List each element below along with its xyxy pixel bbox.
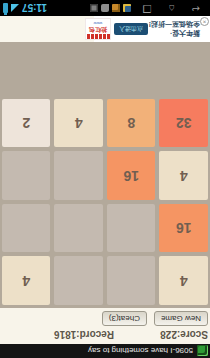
tile-2: 2 bbox=[2, 99, 51, 148]
cheat-button[interactable]: Cheat(3) bbox=[102, 311, 147, 326]
app-icon bbox=[197, 346, 208, 357]
tile-4: 4 bbox=[160, 257, 209, 306]
empty-cell bbox=[55, 257, 104, 306]
title-bar: 5096-I have something to say bbox=[0, 344, 210, 358]
recents-icon[interactable]: ❐ bbox=[143, 3, 152, 13]
usb-notification-icon bbox=[123, 4, 131, 12]
empty-cell bbox=[107, 204, 156, 253]
ad-text-line1: 新年大促· bbox=[150, 29, 200, 38]
app-notification-icon bbox=[112, 4, 120, 12]
empty-cell bbox=[107, 257, 156, 306]
tile-16: 16 bbox=[160, 204, 209, 253]
empty-cell bbox=[2, 152, 51, 201]
home-icon[interactable]: ⌂ bbox=[169, 3, 175, 13]
battery-icon bbox=[3, 3, 8, 13]
tile-4: 4 bbox=[55, 99, 104, 148]
ad-logo: 抢红包 www bbox=[85, 18, 111, 40]
board[interactable]: 441641632842 bbox=[0, 96, 210, 308]
back-icon[interactable]: ↩ bbox=[192, 3, 200, 13]
clock: 11:57 bbox=[22, 3, 47, 14]
record-value: Record:1816 bbox=[54, 329, 114, 340]
empty-cell bbox=[55, 204, 104, 253]
screenshot-notification-icon bbox=[90, 4, 98, 12]
tile-4: 4 bbox=[2, 257, 51, 306]
message-notification-icon bbox=[101, 4, 109, 12]
notification-area[interactable] bbox=[90, 4, 131, 12]
ad-logo-text: 抢红包 bbox=[86, 26, 110, 34]
ad-strip: × 新年大促· 全场低至一折起! 点击进入 抢红包 www bbox=[0, 16, 210, 42]
status-cluster: 11:57 bbox=[3, 3, 47, 14]
empty-cell bbox=[55, 152, 104, 201]
screen-rotated-180: 5096-I have something to say Score:228 R… bbox=[0, 0, 210, 358]
ad-close-icon[interactable]: × bbox=[200, 17, 209, 26]
tile-8: 8 bbox=[107, 99, 156, 148]
tile-16: 16 bbox=[107, 152, 156, 201]
system-bar: ↩ ⌂ ❐ 11:57 bbox=[0, 0, 210, 16]
empty-cell bbox=[2, 204, 51, 253]
new-game-button[interactable]: New Game bbox=[154, 311, 208, 326]
signal-icon bbox=[11, 4, 19, 12]
score-value: Score:228 bbox=[160, 329, 208, 340]
ad-logo-dashes bbox=[86, 34, 110, 39]
ad-text: 新年大促· 全场低至一折起! bbox=[150, 20, 200, 38]
ad-cta-button[interactable]: 点击进入 bbox=[114, 23, 148, 35]
ad-banner[interactable]: × 新年大促· 全场低至一折起! 点击进入 抢红包 www bbox=[94, 16, 210, 42]
ad-text-line2: 全场低至一折起! bbox=[150, 20, 200, 29]
score-panel: Score:228 Record:1816 New Game Cheat(3) bbox=[0, 308, 210, 344]
tile-32: 32 bbox=[160, 99, 209, 148]
tile-4: 4 bbox=[160, 152, 209, 201]
board-background bbox=[0, 42, 210, 96]
app-title: 5096-I have something to say bbox=[88, 347, 193, 356]
